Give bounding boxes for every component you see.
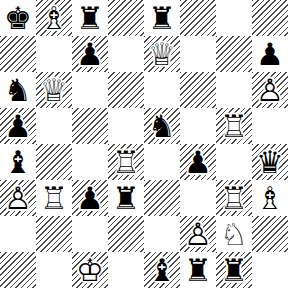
square-f6[interactable] (180, 72, 216, 108)
square-a3[interactable]: ♟♙ (0, 180, 36, 216)
piece-black-pawn: ♟♟ (0, 108, 36, 144)
piece-glyph: ♖ (216, 180, 252, 216)
square-a6[interactable]: ♞♞ (0, 72, 36, 108)
piece-glyph: ♞ (0, 72, 36, 108)
square-b6[interactable]: ♛♕ (36, 72, 72, 108)
square-a7[interactable] (0, 36, 36, 72)
piece-white-bishop: ♝♗ (36, 0, 72, 36)
piece-glyph: ♝ (144, 252, 180, 288)
chess-board: ♚♚♝♗♜♜♜♜♟♟♛♕♟♟♞♞♛♕♟♙♟♟♞♞♜♖♝♝♜♖♟♟♛♛♟♙♜♖♟♟… (0, 0, 288, 288)
square-h2[interactable] (252, 216, 288, 252)
piece-glyph: ♙ (180, 216, 216, 252)
piece-glyph: ♖ (36, 180, 72, 216)
square-e5[interactable]: ♞♞ (144, 108, 180, 144)
square-c7[interactable]: ♟♟ (72, 36, 108, 72)
square-g7[interactable] (216, 36, 252, 72)
square-a8[interactable]: ♚♚ (0, 0, 36, 36)
square-g3[interactable]: ♜♖ (216, 180, 252, 216)
piece-glyph: ♜ (72, 0, 108, 36)
square-d4[interactable]: ♜♖ (108, 144, 144, 180)
square-e8[interactable]: ♜♜ (144, 0, 180, 36)
piece-glyph: ♕ (36, 72, 72, 108)
square-h5[interactable] (252, 108, 288, 144)
square-c6[interactable] (72, 72, 108, 108)
square-b3[interactable]: ♜♖ (36, 180, 72, 216)
square-d7[interactable] (108, 36, 144, 72)
piece-glyph: ♘ (216, 216, 252, 252)
piece-glyph: ♚ (0, 0, 36, 36)
square-h6[interactable]: ♟♙ (252, 72, 288, 108)
piece-black-pawn: ♟♟ (72, 36, 108, 72)
square-d2[interactable] (108, 216, 144, 252)
square-h7[interactable]: ♟♟ (252, 36, 288, 72)
square-g8[interactable] (216, 0, 252, 36)
square-f7[interactable] (180, 36, 216, 72)
piece-glyph: ♕ (144, 36, 180, 72)
piece-white-pawn: ♟♙ (252, 72, 288, 108)
piece-black-rook: ♜♜ (180, 252, 216, 288)
piece-glyph: ♖ (216, 108, 252, 144)
piece-glyph: ♜ (144, 0, 180, 36)
square-h3[interactable]: ♝♗ (252, 180, 288, 216)
square-f2[interactable]: ♟♙ (180, 216, 216, 252)
square-e6[interactable] (144, 72, 180, 108)
piece-black-rook: ♜♜ (216, 252, 252, 288)
square-b5[interactable] (36, 108, 72, 144)
square-f3[interactable] (180, 180, 216, 216)
square-e1[interactable]: ♝♝ (144, 252, 180, 288)
piece-white-rook: ♜♖ (108, 144, 144, 180)
square-b1[interactable] (36, 252, 72, 288)
piece-glyph: ♗ (252, 180, 288, 216)
piece-glyph: ♞ (144, 108, 180, 144)
piece-glyph: ♟ (72, 36, 108, 72)
square-g4[interactable] (216, 144, 252, 180)
piece-glyph: ♜ (216, 252, 252, 288)
square-a2[interactable] (0, 216, 36, 252)
piece-black-king: ♚♚ (0, 0, 36, 36)
piece-glyph: ♟ (252, 36, 288, 72)
piece-glyph: ♜ (180, 252, 216, 288)
piece-glyph: ♖ (108, 144, 144, 180)
square-g2[interactable]: ♞♘ (216, 216, 252, 252)
square-a1[interactable] (0, 252, 36, 288)
square-c8[interactable]: ♜♜ (72, 0, 108, 36)
piece-black-queen: ♛♛ (252, 144, 288, 180)
piece-white-queen: ♛♕ (144, 36, 180, 72)
square-e4[interactable] (144, 144, 180, 180)
square-d6[interactable] (108, 72, 144, 108)
square-a5[interactable]: ♟♟ (0, 108, 36, 144)
square-e3[interactable] (144, 180, 180, 216)
square-e7[interactable]: ♛♕ (144, 36, 180, 72)
square-h8[interactable] (252, 0, 288, 36)
piece-glyph: ♟ (0, 108, 36, 144)
piece-black-rook: ♜♜ (72, 0, 108, 36)
square-c3[interactable]: ♟♟ (72, 180, 108, 216)
square-c2[interactable] (72, 216, 108, 252)
square-c4[interactable] (72, 144, 108, 180)
piece-glyph: ♛ (252, 144, 288, 180)
piece-white-pawn: ♟♙ (0, 180, 36, 216)
piece-white-rook: ♜♖ (36, 180, 72, 216)
piece-glyph: ♟ (72, 180, 108, 216)
piece-white-rook: ♜♖ (216, 180, 252, 216)
piece-white-knight: ♞♘ (216, 216, 252, 252)
piece-black-bishop: ♝♝ (144, 252, 180, 288)
piece-glyph: ♟ (180, 144, 216, 180)
piece-glyph: ♜ (108, 180, 144, 216)
piece-white-queen: ♛♕ (36, 72, 72, 108)
piece-white-bishop: ♝♗ (252, 180, 288, 216)
piece-glyph: ♙ (0, 180, 36, 216)
piece-black-pawn: ♟♟ (252, 36, 288, 72)
square-g5[interactable]: ♜♖ (216, 108, 252, 144)
piece-black-pawn: ♟♟ (72, 180, 108, 216)
piece-glyph: ♙ (252, 72, 288, 108)
piece-black-pawn: ♟♟ (180, 144, 216, 180)
square-h4[interactable]: ♛♛ (252, 144, 288, 180)
piece-glyph: ♔ (72, 252, 108, 288)
piece-glyph: ♝ (0, 144, 36, 180)
square-b4[interactable] (36, 144, 72, 180)
piece-black-knight: ♞♞ (0, 72, 36, 108)
square-f1[interactable]: ♜♜ (180, 252, 216, 288)
square-d5[interactable] (108, 108, 144, 144)
piece-white-rook: ♜♖ (216, 108, 252, 144)
square-a4[interactable]: ♝♝ (0, 144, 36, 180)
piece-white-king: ♚♔ (72, 252, 108, 288)
piece-black-rook: ♜♜ (144, 0, 180, 36)
square-g1[interactable]: ♜♜ (216, 252, 252, 288)
square-f5[interactable] (180, 108, 216, 144)
square-e2[interactable] (144, 216, 180, 252)
square-b2[interactable] (36, 216, 72, 252)
square-f4[interactable]: ♟♟ (180, 144, 216, 180)
square-d3[interactable]: ♜♜ (108, 180, 144, 216)
piece-glyph: ♗ (36, 0, 72, 36)
piece-black-bishop: ♝♝ (0, 144, 36, 180)
square-d1[interactable] (108, 252, 144, 288)
square-g6[interactable] (216, 72, 252, 108)
square-c1[interactable]: ♚♔ (72, 252, 108, 288)
square-h1[interactable] (252, 252, 288, 288)
square-b7[interactable] (36, 36, 72, 72)
piece-black-rook: ♜♜ (108, 180, 144, 216)
square-f8[interactable] (180, 0, 216, 36)
square-d8[interactable] (108, 0, 144, 36)
square-b8[interactable]: ♝♗ (36, 0, 72, 36)
square-c5[interactable] (72, 108, 108, 144)
piece-black-knight: ♞♞ (144, 108, 180, 144)
piece-white-pawn: ♟♙ (180, 216, 216, 252)
